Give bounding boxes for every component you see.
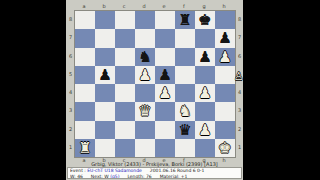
square-a4 xyxy=(75,84,95,102)
piece-white-pawn: ♟ xyxy=(138,66,151,84)
square-g7 xyxy=(195,29,215,47)
status-material: Material: +1 xyxy=(160,174,188,179)
caption-status-line: W: 46Next: W (g5)Length: 76Material: +1 xyxy=(70,174,239,180)
square-d2 xyxy=(135,121,155,139)
square-b1 xyxy=(95,139,115,157)
piece-white-king: ♚ xyxy=(218,139,231,157)
piece-black-knight: ♞ xyxy=(138,48,151,66)
square-h7: ♟ xyxy=(215,29,235,47)
square-e8 xyxy=(155,11,175,29)
square-h2 xyxy=(215,121,235,139)
square-c6 xyxy=(115,48,135,66)
square-g5 xyxy=(195,66,215,84)
rank-label-6: 6 xyxy=(236,47,243,65)
square-a8 xyxy=(75,11,95,29)
chess-panel: abcdefgh 87654321 87654321 ♜♚♟♞♟♟♟♟♟♟♟♛♞… xyxy=(66,0,243,180)
square-b8 xyxy=(95,11,115,29)
event-date-round-result: 2001.06.16 Round 6 0-1 xyxy=(150,168,205,173)
status-next-move-link[interactable]: (g5) xyxy=(110,174,119,179)
rank-label-1: 1 xyxy=(236,138,243,156)
square-b6 xyxy=(95,48,115,66)
piece-white-queen: ♛ xyxy=(138,102,151,120)
square-f4 xyxy=(175,84,195,102)
file-label-c: c xyxy=(114,3,134,9)
square-g8: ♚ xyxy=(195,11,215,29)
rank-label-8: 8 xyxy=(236,10,243,28)
square-h3 xyxy=(215,102,235,120)
square-f1 xyxy=(175,139,195,157)
square-e3 xyxy=(155,102,175,120)
event-label: Event : xyxy=(70,168,87,173)
status-length: Length: 76 xyxy=(127,174,151,179)
piece-white-pawn: ♟ xyxy=(218,48,231,66)
square-f2: ♛ xyxy=(175,121,195,139)
square-c5 xyxy=(115,66,135,84)
square-c7 xyxy=(115,29,135,47)
file-label-e: e xyxy=(154,3,174,9)
square-g3 xyxy=(195,102,215,120)
square-a1: ♜ xyxy=(75,139,95,157)
square-a2 xyxy=(75,121,95,139)
square-b2 xyxy=(95,121,115,139)
rank-label-2: 2 xyxy=(67,120,74,138)
material-pawn-icon: ♙ xyxy=(234,70,244,83)
piece-white-pawn: ♟ xyxy=(158,84,171,102)
square-f8: ♜ xyxy=(175,11,195,29)
square-e2 xyxy=(155,121,175,139)
square-d7 xyxy=(135,29,155,47)
file-label-f: f xyxy=(174,3,194,9)
chess-board: ♜♚♟♞♟♟♟♟♟♟♟♛♞♛♟♜♚ xyxy=(74,10,236,158)
square-a3 xyxy=(75,102,95,120)
square-d5: ♟ xyxy=(135,66,155,84)
rank-labels-right: 87654321 xyxy=(236,10,243,156)
square-f3: ♞ xyxy=(175,102,195,120)
square-h8 xyxy=(215,11,235,29)
rank-label-2: 2 xyxy=(236,120,243,138)
square-h5 xyxy=(215,66,235,84)
rank-label-7: 7 xyxy=(67,28,74,46)
square-e4: ♟ xyxy=(155,84,175,102)
file-label-g: g xyxy=(194,3,214,9)
square-a7 xyxy=(75,29,95,47)
video-frame: { "game": "chess", "position": { "fen": … xyxy=(0,0,320,180)
square-c1 xyxy=(115,139,135,157)
square-g2: ♟ xyxy=(195,121,215,139)
square-c4 xyxy=(115,84,135,102)
square-a5 xyxy=(75,66,95,84)
square-e1 xyxy=(155,139,175,157)
square-c2 xyxy=(115,121,135,139)
square-d1 xyxy=(135,139,155,157)
piece-black-queen: ♛ xyxy=(178,121,191,139)
square-e7 xyxy=(155,29,175,47)
square-b7 xyxy=(95,29,115,47)
square-d3: ♛ xyxy=(135,102,155,120)
square-f5 xyxy=(175,66,195,84)
file-label-b: b xyxy=(94,3,114,9)
file-labels-top: abcdefgh xyxy=(74,3,234,9)
rank-label-3: 3 xyxy=(236,101,243,119)
piece-black-pawn: ♟ xyxy=(198,48,211,66)
square-e6 xyxy=(155,48,175,66)
square-c3 xyxy=(115,102,135,120)
file-label-h: h xyxy=(214,3,234,9)
square-h4 xyxy=(215,84,235,102)
square-b3 xyxy=(95,102,115,120)
rank-labels-left: 87654321 xyxy=(67,10,74,156)
square-h1: ♚ xyxy=(215,139,235,157)
piece-white-pawn: ♟ xyxy=(198,84,211,102)
square-d4 xyxy=(135,84,155,102)
rank-label-5: 5 xyxy=(67,65,74,83)
square-d8 xyxy=(135,11,155,29)
rank-label-1: 1 xyxy=(67,138,74,156)
square-a6 xyxy=(75,48,95,66)
file-label-a: a xyxy=(74,3,94,9)
square-c8 xyxy=(115,11,135,29)
piece-white-pawn: ♟ xyxy=(198,121,211,139)
square-b4 xyxy=(95,84,115,102)
square-f6 xyxy=(175,48,195,66)
rank-label-6: 6 xyxy=(67,47,74,65)
rank-label-4: 4 xyxy=(67,83,74,101)
piece-white-rook: ♜ xyxy=(78,139,91,157)
square-b5: ♟ xyxy=(95,66,115,84)
piece-black-king: ♚ xyxy=(198,11,211,29)
square-f7 xyxy=(175,29,195,47)
square-g1 xyxy=(195,139,215,157)
rank-label-8: 8 xyxy=(67,10,74,28)
piece-black-pawn: ♟ xyxy=(218,29,231,47)
piece-black-rook: ♜ xyxy=(178,11,191,29)
status-next-label: Next: W xyxy=(91,174,109,179)
piece-white-knight: ♞ xyxy=(178,102,191,120)
square-g6: ♟ xyxy=(195,48,215,66)
piece-black-pawn: ♟ xyxy=(158,66,171,84)
square-g4: ♟ xyxy=(195,84,215,102)
status-side: W: 46 xyxy=(70,174,83,179)
piece-black-pawn: ♟ xyxy=(98,66,111,84)
rank-label-3: 3 xyxy=(67,101,74,119)
square-h6: ♟ xyxy=(215,48,235,66)
square-e5: ♟ xyxy=(155,66,175,84)
rank-label-4: 4 xyxy=(236,83,243,101)
file-label-d: d xyxy=(134,3,154,9)
square-d6: ♞ xyxy=(135,48,155,66)
event-link[interactable]: EU-chT U18 Sadamonde xyxy=(87,168,142,173)
rank-label-7: 7 xyxy=(236,28,243,46)
caption-band: Event : EU-chT U18 Sadamonde2001.06.16 R… xyxy=(67,167,242,179)
